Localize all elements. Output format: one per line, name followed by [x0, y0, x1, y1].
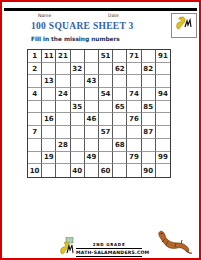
number-cell: 19 — [42, 152, 56, 165]
number-cell: 65 — [113, 101, 127, 114]
empty-cell[interactable] — [71, 113, 85, 126]
number-cell: 82 — [142, 63, 156, 76]
empty-cell[interactable] — [99, 152, 113, 165]
empty-cell[interactable] — [42, 63, 56, 76]
number-cell: 24 — [56, 88, 70, 101]
empty-cell[interactable] — [99, 139, 113, 152]
empty-cell[interactable] — [42, 164, 56, 177]
empty-cell[interactable] — [142, 75, 156, 88]
number-cell: 32 — [71, 63, 85, 76]
empty-cell[interactable] — [28, 152, 42, 165]
page-title: 100 SQUARE SHEET 3 — [31, 21, 134, 31]
empty-cell[interactable] — [56, 63, 70, 76]
empty-cell[interactable] — [156, 139, 170, 152]
empty-cell[interactable] — [71, 152, 85, 165]
number-cell: 62 — [113, 63, 127, 76]
number-cell: 40 — [71, 164, 85, 177]
number-cell: 76 — [127, 113, 141, 126]
empty-cell[interactable] — [28, 113, 42, 126]
empty-cell[interactable] — [127, 139, 141, 152]
empty-cell[interactable] — [71, 50, 85, 63]
number-cell: 4 — [28, 88, 42, 101]
number-cell: 13 — [42, 75, 56, 88]
number-cell: 60 — [99, 164, 113, 177]
empty-cell[interactable] — [156, 113, 170, 126]
empty-cell[interactable] — [99, 113, 113, 126]
empty-cell[interactable] — [156, 75, 170, 88]
empty-cell[interactable] — [42, 88, 56, 101]
hundred-square-grid: 1112151719123262821343424547494356585164… — [27, 49, 171, 178]
number-cell: 7 — [28, 126, 42, 139]
empty-cell[interactable] — [42, 101, 56, 114]
empty-cell[interactable] — [85, 164, 99, 177]
empty-cell[interactable] — [99, 75, 113, 88]
empty-cell[interactable] — [156, 101, 170, 114]
empty-cell[interactable] — [71, 75, 85, 88]
number-cell: 1 — [28, 50, 42, 63]
number-cell: 21 — [56, 50, 70, 63]
footer-site-link[interactable]: MATH-SALAMANDERS.COM — [76, 249, 142, 257]
empty-cell[interactable] — [71, 139, 85, 152]
empty-cell[interactable] — [85, 101, 99, 114]
number-cell: 87 — [142, 126, 156, 139]
number-cell: 54 — [99, 88, 113, 101]
empty-cell[interactable] — [113, 88, 127, 101]
site-logo-box — [171, 13, 197, 38]
empty-cell[interactable] — [99, 101, 113, 114]
empty-cell[interactable] — [56, 126, 70, 139]
number-cell: 90 — [142, 164, 156, 177]
empty-cell[interactable] — [142, 88, 156, 101]
empty-cell[interactable] — [142, 50, 156, 63]
empty-cell[interactable] — [127, 164, 141, 177]
number-cell: 91 — [156, 50, 170, 63]
number-cell: 10 — [28, 164, 42, 177]
number-cell: 49 — [85, 152, 99, 165]
empty-cell[interactable] — [127, 101, 141, 114]
number-cell: 94 — [156, 88, 170, 101]
empty-cell[interactable] — [85, 88, 99, 101]
number-cell: 99 — [156, 152, 170, 165]
number-cell: 43 — [85, 75, 99, 88]
empty-cell[interactable] — [127, 126, 141, 139]
empty-cell[interactable] — [56, 75, 70, 88]
empty-cell[interactable] — [156, 126, 170, 139]
empty-cell[interactable] — [113, 50, 127, 63]
empty-cell[interactable] — [99, 63, 113, 76]
empty-cell[interactable] — [142, 139, 156, 152]
number-cell: 79 — [127, 152, 141, 165]
name-label: Name — [38, 13, 51, 18]
empty-cell[interactable] — [28, 75, 42, 88]
empty-cell[interactable] — [42, 126, 56, 139]
number-cell: 2 — [28, 63, 42, 76]
empty-cell[interactable] — [56, 164, 70, 177]
number-cell: 71 — [127, 50, 141, 63]
empty-cell[interactable] — [56, 113, 70, 126]
empty-cell[interactable] — [156, 164, 170, 177]
instructions-text: Fill in the missing numbers — [31, 36, 120, 42]
empty-cell[interactable] — [71, 88, 85, 101]
empty-cell[interactable] — [56, 101, 70, 114]
number-cell: 16 — [42, 113, 56, 126]
number-cell: 57 — [99, 126, 113, 139]
number-cell: 68 — [113, 139, 127, 152]
empty-cell[interactable] — [85, 126, 99, 139]
empty-cell[interactable] — [85, 63, 99, 76]
empty-cell[interactable] — [113, 164, 127, 177]
empty-cell[interactable] — [142, 152, 156, 165]
number-cell: 85 — [142, 101, 156, 114]
empty-cell[interactable] — [127, 75, 141, 88]
empty-cell[interactable] — [113, 75, 127, 88]
footer-grade-text: 2ND GRADE — [76, 242, 142, 249]
salamander-icon — [152, 228, 194, 257]
worksheet-page: Name Date 100 SQUARE SHEET 3 Fill in the… — [0, 0, 201, 260]
number-cell: 28 — [56, 139, 70, 152]
empty-cell[interactable] — [156, 63, 170, 76]
empty-cell[interactable] — [71, 126, 85, 139]
number-cell: 11 — [42, 50, 56, 63]
empty-cell[interactable] — [142, 113, 156, 126]
footer-logo-icon — [58, 237, 74, 256]
number-cell: 74 — [127, 88, 141, 101]
empty-cell[interactable] — [113, 113, 127, 126]
number-cell: 51 — [99, 50, 113, 63]
empty-cell[interactable] — [113, 152, 127, 165]
number-cell: 46 — [85, 113, 99, 126]
empty-cell[interactable] — [28, 101, 42, 114]
empty-cell[interactable] — [28, 139, 42, 152]
top-divider — [4, 8, 197, 11]
empty-cell[interactable] — [56, 152, 70, 165]
number-cell: 35 — [71, 101, 85, 114]
empty-cell[interactable] — [42, 139, 56, 152]
date-label: Date — [108, 13, 119, 18]
empty-cell[interactable] — [127, 63, 141, 76]
math-salamanders-logo-icon — [174, 14, 194, 37]
empty-cell[interactable] — [113, 126, 127, 139]
empty-cell[interactable] — [85, 50, 99, 63]
empty-cell[interactable] — [85, 139, 99, 152]
footer-text-block: 2ND GRADE MATH-SALAMANDERS.COM — [76, 242, 142, 257]
